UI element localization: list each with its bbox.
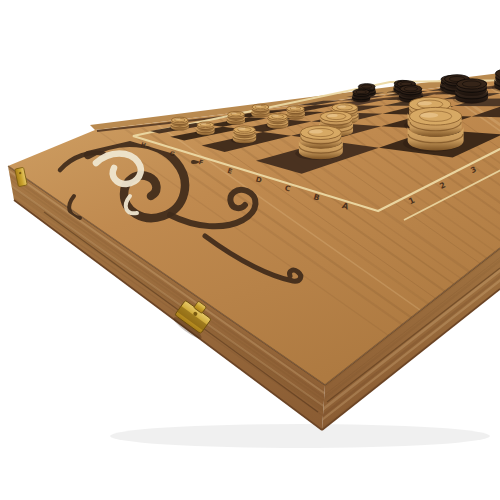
checker-light-d1	[231, 126, 256, 144]
checker-light-h3	[250, 104, 269, 118]
checker-dark-g6	[351, 89, 370, 103]
checker-light-f3	[285, 106, 305, 120]
floor-shadow	[110, 424, 490, 448]
checker-light-e2	[266, 113, 289, 129]
checker-light-g2	[226, 111, 245, 125]
checker-light-f1	[195, 122, 214, 136]
photo-stage: ABCDEFGH12345678 Angled photo of a woode…	[0, 0, 500, 500]
checker-dark-c6	[453, 79, 488, 104]
checker-light-h1	[169, 117, 188, 131]
checker-light-a2	[403, 107, 463, 151]
checkers-board-photo: ABCDEFGH12345678	[0, 0, 500, 500]
checker-light-b1	[295, 126, 342, 161]
